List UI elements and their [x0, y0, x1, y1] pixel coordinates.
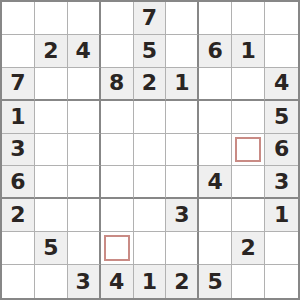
- cell-r4c3[interactable]: [68, 101, 101, 134]
- cell-r3c6[interactable]: 1: [166, 68, 199, 101]
- given-digit: 1: [274, 204, 289, 226]
- cell-r5c2[interactable]: [35, 134, 68, 167]
- cell-r3c5[interactable]: 2: [134, 68, 167, 101]
- given-digit: 1: [174, 72, 189, 94]
- cell-r2c1[interactable]: [2, 35, 35, 68]
- cell-r8c4[interactable]: [101, 232, 134, 265]
- given-digit: 3: [274, 171, 289, 193]
- cell-r1c9[interactable]: [265, 2, 298, 35]
- cell-r4c1[interactable]: 1: [2, 101, 35, 134]
- cell-r6c8[interactable]: [232, 166, 265, 199]
- cell-r3c8[interactable]: [232, 68, 265, 101]
- given-digit: 2: [142, 72, 157, 94]
- cell-r3c9[interactable]: 4: [265, 68, 298, 101]
- cell-r9c1[interactable]: [2, 265, 35, 298]
- given-digit: 2: [174, 271, 189, 293]
- cell-r5c6[interactable]: [166, 134, 199, 167]
- given-digit: 6: [10, 171, 25, 193]
- cell-r8c3[interactable]: [68, 232, 101, 265]
- cell-r1c2[interactable]: [35, 2, 68, 35]
- cell-r2c4[interactable]: [101, 35, 134, 68]
- cell-r3c3[interactable]: [68, 68, 101, 101]
- cell-r6c9[interactable]: 3: [265, 166, 298, 199]
- cell-r9c6[interactable]: 2: [166, 265, 199, 298]
- cell-r7c2[interactable]: [35, 199, 68, 232]
- cell-r3c1[interactable]: 7: [2, 68, 35, 101]
- given-digit: 4: [109, 271, 124, 293]
- cell-r5c8[interactable]: [232, 134, 265, 167]
- cell-r9c4[interactable]: 4: [101, 265, 134, 298]
- sudoku-board: 7245617821415366432315234125: [0, 0, 300, 300]
- cell-r6c5[interactable]: [134, 166, 167, 199]
- cell-r5c3[interactable]: [68, 134, 101, 167]
- cell-r9c3[interactable]: 3: [68, 265, 101, 298]
- given-digit: 2: [10, 204, 25, 226]
- given-digit: 8: [109, 72, 124, 94]
- cell-highlight-outline: [235, 137, 261, 163]
- cell-r5c9[interactable]: 6: [265, 134, 298, 167]
- given-digit: 1: [10, 106, 25, 128]
- given-digit: 6: [274, 138, 289, 160]
- cell-r7c5[interactable]: [134, 199, 167, 232]
- cell-r9c9[interactable]: [265, 265, 298, 298]
- given-digit: 4: [274, 72, 289, 94]
- cell-r8c7[interactable]: [199, 232, 232, 265]
- given-digit: 2: [241, 237, 256, 259]
- cell-r8c5[interactable]: [134, 232, 167, 265]
- cell-r9c7[interactable]: 5: [199, 265, 232, 298]
- cell-r1c3[interactable]: [68, 2, 101, 35]
- cell-r4c5[interactable]: [134, 101, 167, 134]
- cell-r2c3[interactable]: 4: [68, 35, 101, 68]
- cell-r4c7[interactable]: [199, 101, 232, 134]
- cell-r3c7[interactable]: [199, 68, 232, 101]
- given-digit: 6: [208, 40, 223, 62]
- cell-r6c6[interactable]: [166, 166, 199, 199]
- cell-r8c6[interactable]: [166, 232, 199, 265]
- cell-r2c8[interactable]: 1: [232, 35, 265, 68]
- given-digit: 4: [76, 40, 91, 62]
- cell-r8c8[interactable]: 2: [232, 232, 265, 265]
- cell-r5c5[interactable]: [134, 134, 167, 167]
- cell-r2c9[interactable]: [265, 35, 298, 68]
- cell-r4c2[interactable]: [35, 101, 68, 134]
- given-digit: 3: [174, 204, 189, 226]
- cell-r1c7[interactable]: [199, 2, 232, 35]
- cell-r8c1[interactable]: [2, 232, 35, 265]
- cell-r5c7[interactable]: [199, 134, 232, 167]
- cell-r9c2[interactable]: [35, 265, 68, 298]
- cell-r2c6[interactable]: [166, 35, 199, 68]
- cell-r7c8[interactable]: [232, 199, 265, 232]
- given-digit: 1: [142, 271, 157, 293]
- cell-r2c7[interactable]: 6: [199, 35, 232, 68]
- cell-r1c6[interactable]: [166, 2, 199, 35]
- cell-r2c5[interactable]: 5: [134, 35, 167, 68]
- cell-r7c9[interactable]: 1: [265, 199, 298, 232]
- cell-r8c2[interactable]: 5: [35, 232, 68, 265]
- cell-r7c3[interactable]: [68, 199, 101, 232]
- given-digit: 2: [43, 40, 58, 62]
- cell-r7c4[interactable]: [101, 199, 134, 232]
- given-digit: 5: [274, 106, 289, 128]
- cell-r1c4[interactable]: [101, 2, 134, 35]
- cell-r8c9[interactable]: [265, 232, 298, 265]
- cell-r1c5[interactable]: 7: [134, 2, 167, 35]
- cell-r2c2[interactable]: 2: [35, 35, 68, 68]
- cell-r6c3[interactable]: [68, 166, 101, 199]
- cell-r6c2[interactable]: [35, 166, 68, 199]
- cell-r4c4[interactable]: [101, 101, 134, 134]
- cell-r1c8[interactable]: [232, 2, 265, 35]
- cell-r5c4[interactable]: [101, 134, 134, 167]
- cell-r4c6[interactable]: [166, 101, 199, 134]
- cell-r3c4[interactable]: 8: [101, 68, 134, 101]
- cell-r5c1[interactable]: 3: [2, 134, 35, 167]
- cell-r7c7[interactable]: [199, 199, 232, 232]
- cell-r4c8[interactable]: [232, 101, 265, 134]
- cell-highlight-outline: [104, 235, 130, 261]
- cell-r9c8[interactable]: [232, 265, 265, 298]
- cell-r1c1[interactable]: [2, 2, 35, 35]
- cell-r6c4[interactable]: [101, 166, 134, 199]
- given-digit: 3: [10, 138, 25, 160]
- cell-r6c7[interactable]: 4: [199, 166, 232, 199]
- given-digit: 4: [208, 171, 223, 193]
- cell-r3c2[interactable]: [35, 68, 68, 101]
- cell-r4c9[interactable]: 5: [265, 101, 298, 134]
- given-digit: 1: [241, 40, 256, 62]
- given-digit: 7: [10, 72, 25, 94]
- cell-r7c1[interactable]: 2: [2, 199, 35, 232]
- given-digit: 5: [43, 237, 58, 259]
- given-digit: 5: [142, 40, 157, 62]
- given-digit: 7: [142, 7, 157, 29]
- given-digit: 5: [208, 271, 223, 293]
- given-digit: 3: [76, 271, 91, 293]
- cell-r9c5[interactable]: 1: [134, 265, 167, 298]
- cell-r6c1[interactable]: 6: [2, 166, 35, 199]
- cell-r7c6[interactable]: 3: [166, 199, 199, 232]
